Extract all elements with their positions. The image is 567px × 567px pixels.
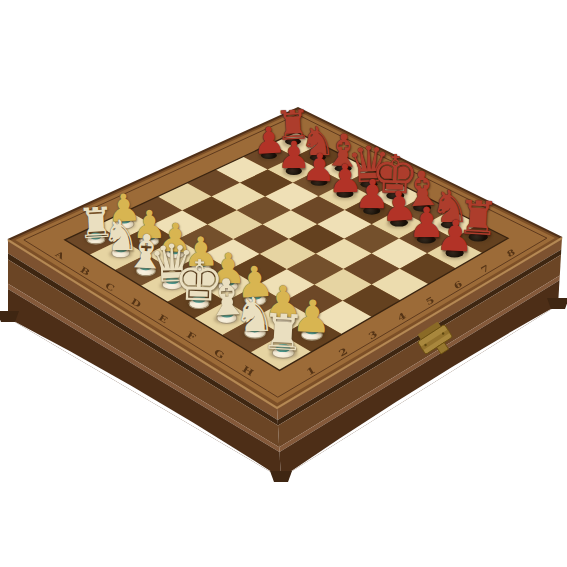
product-photo: ABCDEFGH12345678♜♞♝♛♚♝♞♜♟♟♟♟♟♟♟♟♟♟♟♟♟♟♟♟… xyxy=(0,0,567,567)
chess-board xyxy=(0,0,567,567)
box-foot xyxy=(270,471,292,482)
